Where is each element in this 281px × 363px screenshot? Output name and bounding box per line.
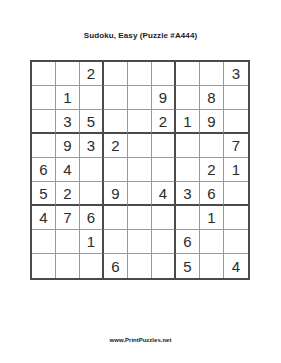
sudoku-cell-r2c7[interactable]	[176, 86, 200, 110]
sudoku-cell-r5c4[interactable]	[104, 158, 128, 182]
sudoku-cell-r1c7[interactable]	[176, 62, 200, 86]
sudoku-cell-r9c5[interactable]	[128, 254, 152, 278]
sudoku-cell-r7c2[interactable]: 7	[56, 206, 80, 230]
sudoku-cell-r1c2[interactable]	[56, 62, 80, 86]
sudoku-cell-r3c3[interactable]: 5	[80, 110, 104, 134]
sudoku-cell-r4c6[interactable]	[152, 134, 176, 158]
sudoku-cell-r8c9[interactable]	[224, 230, 248, 254]
sudoku-cell-r3c4[interactable]	[104, 110, 128, 134]
sudoku-cell-r9c2[interactable]	[56, 254, 80, 278]
sudoku-cell-r8c1[interactable]	[32, 230, 56, 254]
sudoku-grid: 231983521993276421529436476116654	[30, 60, 250, 280]
sudoku-cell-r4c4[interactable]: 2	[104, 134, 128, 158]
sudoku-cell-r4c8[interactable]	[200, 134, 224, 158]
sudoku-cell-r7c6[interactable]	[152, 206, 176, 230]
sudoku-cell-r3c1[interactable]	[32, 110, 56, 134]
sudoku-cell-r8c3[interactable]: 1	[80, 230, 104, 254]
sudoku-cell-r8c2[interactable]	[56, 230, 80, 254]
sudoku-cell-r4c5[interactable]	[128, 134, 152, 158]
printable-puzzle-page: Sudoku, Easy (Puzzle #A444) 231983521993…	[0, 0, 281, 363]
sudoku-cell-r5c9[interactable]: 1	[224, 158, 248, 182]
sudoku-cell-r7c4[interactable]	[104, 206, 128, 230]
sudoku-cell-r1c3[interactable]: 2	[80, 62, 104, 86]
sudoku-cell-r4c3[interactable]: 3	[80, 134, 104, 158]
sudoku-cell-r5c8[interactable]: 2	[200, 158, 224, 182]
sudoku-cell-r2c8[interactable]: 8	[200, 86, 224, 110]
sudoku-cell-r9c8[interactable]	[200, 254, 224, 278]
sudoku-cell-r8c4[interactable]	[104, 230, 128, 254]
footer-url: www.PrintPuzzles.net	[0, 337, 281, 343]
sudoku-cell-r3c6[interactable]: 2	[152, 110, 176, 134]
sudoku-cell-r5c2[interactable]: 4	[56, 158, 80, 182]
sudoku-cell-r5c1[interactable]: 6	[32, 158, 56, 182]
sudoku-cell-r5c5[interactable]	[128, 158, 152, 182]
sudoku-cell-r2c4[interactable]	[104, 86, 128, 110]
sudoku-cell-r6c2[interactable]: 2	[56, 182, 80, 206]
sudoku-cell-r7c8[interactable]: 1	[200, 206, 224, 230]
sudoku-cell-r4c9[interactable]: 7	[224, 134, 248, 158]
sudoku-cell-r2c3[interactable]	[80, 86, 104, 110]
sudoku-cell-r3c8[interactable]: 9	[200, 110, 224, 134]
sudoku-cell-r9c7[interactable]: 5	[176, 254, 200, 278]
sudoku-cell-r1c9[interactable]: 3	[224, 62, 248, 86]
sudoku-cell-r6c7[interactable]: 3	[176, 182, 200, 206]
sudoku-cell-r2c5[interactable]	[128, 86, 152, 110]
sudoku-cell-r8c7[interactable]: 6	[176, 230, 200, 254]
sudoku-cell-r6c1[interactable]: 5	[32, 182, 56, 206]
sudoku-cell-r7c9[interactable]	[224, 206, 248, 230]
sudoku-cell-r5c7[interactable]	[176, 158, 200, 182]
sudoku-cell-r6c5[interactable]	[128, 182, 152, 206]
sudoku-cell-r3c5[interactable]	[128, 110, 152, 134]
sudoku-cell-r6c8[interactable]: 6	[200, 182, 224, 206]
sudoku-cell-r8c8[interactable]	[200, 230, 224, 254]
sudoku-cell-r7c1[interactable]: 4	[32, 206, 56, 230]
sudoku-cell-r6c3[interactable]	[80, 182, 104, 206]
sudoku-cell-r5c3[interactable]	[80, 158, 104, 182]
sudoku-cell-r3c2[interactable]: 3	[56, 110, 80, 134]
sudoku-cell-r1c5[interactable]	[128, 62, 152, 86]
sudoku-cell-r9c3[interactable]	[80, 254, 104, 278]
sudoku-cell-r6c6[interactable]: 4	[152, 182, 176, 206]
sudoku-cell-r7c3[interactable]: 6	[80, 206, 104, 230]
sudoku-cell-r9c6[interactable]	[152, 254, 176, 278]
sudoku-cell-r1c1[interactable]	[32, 62, 56, 86]
sudoku-cell-r3c9[interactable]	[224, 110, 248, 134]
sudoku-cell-r1c8[interactable]	[200, 62, 224, 86]
sudoku-cell-r4c7[interactable]	[176, 134, 200, 158]
sudoku-cell-r8c5[interactable]	[128, 230, 152, 254]
sudoku-cell-r1c4[interactable]	[104, 62, 128, 86]
sudoku-cell-r3c7[interactable]: 1	[176, 110, 200, 134]
sudoku-cell-r9c9[interactable]: 4	[224, 254, 248, 278]
sudoku-cell-r5c6[interactable]	[152, 158, 176, 182]
sudoku-cell-r9c4[interactable]: 6	[104, 254, 128, 278]
sudoku-cell-r6c9[interactable]	[224, 182, 248, 206]
sudoku-cell-r1c6[interactable]	[152, 62, 176, 86]
sudoku-cell-r2c9[interactable]	[224, 86, 248, 110]
sudoku-cell-r2c2[interactable]: 1	[56, 86, 80, 110]
sudoku-cell-r4c1[interactable]	[32, 134, 56, 158]
sudoku-cell-r7c5[interactable]	[128, 206, 152, 230]
sudoku-cell-r8c6[interactable]	[152, 230, 176, 254]
sudoku-cell-r7c7[interactable]	[176, 206, 200, 230]
sudoku-cell-r2c1[interactable]	[32, 86, 56, 110]
sudoku-cell-r9c1[interactable]	[32, 254, 56, 278]
sudoku-cell-r4c2[interactable]: 9	[56, 134, 80, 158]
sudoku-cell-r6c4[interactable]: 9	[104, 182, 128, 206]
sudoku-cell-r2c6[interactable]: 9	[152, 86, 176, 110]
puzzle-title: Sudoku, Easy (Puzzle #A444)	[0, 31, 281, 40]
